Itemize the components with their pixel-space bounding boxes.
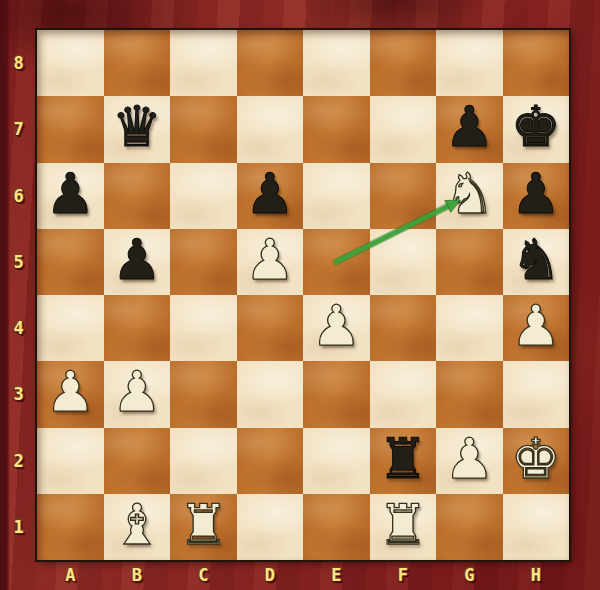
square-b6[interactable] [104, 163, 171, 229]
square-d6[interactable]: ♟ [237, 163, 304, 229]
file-label-text-b: B [132, 565, 142, 585]
square-c1[interactable]: ♜ [170, 494, 237, 560]
square-a8[interactable] [37, 30, 104, 96]
file-label-text-c: C [198, 565, 208, 585]
square-h4[interactable]: ♟ [503, 295, 570, 361]
rank-label-3: 3 [0, 361, 37, 427]
square-c5[interactable] [170, 229, 237, 295]
file-label-h: H [503, 560, 570, 590]
square-e7[interactable] [303, 96, 370, 162]
rank-label-8: 8 [0, 30, 37, 96]
square-d4[interactable] [237, 295, 304, 361]
square-b1[interactable]: ♝ [104, 494, 171, 560]
square-f7[interactable] [370, 96, 437, 162]
file-label-g: G [436, 560, 503, 590]
square-g8[interactable] [436, 30, 503, 96]
square-e6[interactable] [303, 163, 370, 229]
file-label-text-d: D [265, 565, 275, 585]
piece-black-rook[interactable]: ♜ [378, 431, 428, 487]
square-a7[interactable] [37, 96, 104, 162]
rank-label-5: 5 [0, 229, 37, 295]
piece-white-king[interactable]: ♚ [511, 431, 561, 487]
square-b4[interactable] [104, 295, 171, 361]
square-e5[interactable] [303, 229, 370, 295]
file-label-b: B [104, 560, 171, 590]
square-b7[interactable]: ♛ [104, 96, 171, 162]
file-labels: ABCDEFGH [37, 560, 569, 590]
square-f6[interactable] [370, 163, 437, 229]
piece-white-pawn[interactable]: ♟ [444, 431, 494, 487]
square-d1[interactable] [237, 494, 304, 560]
rank-label-text-4: 4 [13, 318, 23, 338]
rank-label-4: 4 [0, 295, 37, 361]
piece-white-pawn[interactable]: ♟ [245, 232, 295, 288]
square-h6[interactable]: ♟ [503, 163, 570, 229]
file-label-text-g: G [464, 565, 474, 585]
square-c6[interactable] [170, 163, 237, 229]
chessboard-app: 87654321 ♛♟♚♟♟♞♟♟♟♞♟♟♟♟♜♟♚♝♜♜ ABCDEFGH [0, 0, 600, 590]
file-label-text-e: E [331, 565, 341, 585]
square-d5[interactable]: ♟ [237, 229, 304, 295]
rank-label-2: 2 [0, 428, 37, 494]
piece-black-pawn[interactable]: ♟ [511, 166, 561, 222]
piece-black-pawn[interactable]: ♟ [45, 166, 95, 222]
piece-black-pawn[interactable]: ♟ [245, 166, 295, 222]
piece-white-knight[interactable]: ♞ [444, 166, 494, 222]
piece-black-king[interactable]: ♚ [511, 99, 561, 155]
piece-white-rook[interactable]: ♜ [178, 497, 228, 553]
square-d8[interactable] [237, 30, 304, 96]
rank-label-text-2: 2 [13, 451, 23, 471]
square-h5[interactable]: ♞ [503, 229, 570, 295]
square-h1[interactable] [503, 494, 570, 560]
rank-label-text-7: 7 [13, 119, 23, 139]
rank-label-text-8: 8 [13, 53, 23, 73]
square-g4[interactable] [436, 295, 503, 361]
square-a4[interactable] [37, 295, 104, 361]
square-g6[interactable]: ♞ [436, 163, 503, 229]
square-f1[interactable]: ♜ [370, 494, 437, 560]
piece-white-bishop[interactable]: ♝ [112, 497, 162, 553]
rank-label-6: 6 [0, 163, 37, 229]
square-c4[interactable] [170, 295, 237, 361]
rank-label-text-6: 6 [13, 186, 23, 206]
square-b3[interactable]: ♟ [104, 361, 171, 427]
file-label-text-a: A [65, 565, 75, 585]
rank-label-1: 1 [0, 494, 37, 560]
square-a1[interactable] [37, 494, 104, 560]
file-label-d: D [237, 560, 304, 590]
rank-label-text-1: 1 [13, 517, 23, 537]
piece-black-queen[interactable]: ♛ [112, 99, 162, 155]
rank-label-text-5: 5 [13, 252, 23, 272]
square-h8[interactable] [503, 30, 570, 96]
square-a5[interactable] [37, 229, 104, 295]
square-e3[interactable] [303, 361, 370, 427]
square-c7[interactable] [170, 96, 237, 162]
piece-white-pawn[interactable]: ♟ [511, 298, 561, 354]
square-f8[interactable] [370, 30, 437, 96]
piece-black-knight[interactable]: ♞ [511, 232, 561, 288]
square-a6[interactable]: ♟ [37, 163, 104, 229]
file-label-text-h: H [531, 565, 541, 585]
square-f5[interactable] [370, 229, 437, 295]
rank-label-text-3: 3 [13, 384, 23, 404]
square-b2[interactable] [104, 428, 171, 494]
piece-white-pawn[interactable]: ♟ [45, 364, 95, 420]
square-f3[interactable] [370, 361, 437, 427]
file-label-c: C [170, 560, 237, 590]
piece-white-pawn[interactable]: ♟ [112, 364, 162, 420]
chess-board: ♛♟♚♟♟♞♟♟♟♞♟♟♟♟♜♟♚♝♜♜ [37, 30, 569, 560]
square-a3[interactable]: ♟ [37, 361, 104, 427]
square-c2[interactable] [170, 428, 237, 494]
square-g7[interactable]: ♟ [436, 96, 503, 162]
square-e4[interactable]: ♟ [303, 295, 370, 361]
rank-labels: 87654321 [0, 30, 37, 560]
file-label-f: F [370, 560, 437, 590]
square-g5[interactable] [436, 229, 503, 295]
square-e1[interactable] [303, 494, 370, 560]
square-b8[interactable] [104, 30, 171, 96]
square-e2[interactable] [303, 428, 370, 494]
square-e8[interactable] [303, 30, 370, 96]
square-f4[interactable] [370, 295, 437, 361]
file-label-text-f: F [398, 565, 408, 585]
square-g3[interactable] [436, 361, 503, 427]
square-b5[interactable]: ♟ [104, 229, 171, 295]
piece-white-pawn[interactable]: ♟ [311, 298, 361, 354]
piece-white-rook[interactable]: ♜ [378, 497, 428, 553]
piece-black-pawn[interactable]: ♟ [112, 232, 162, 288]
square-d3[interactable] [237, 361, 304, 427]
square-c8[interactable] [170, 30, 237, 96]
square-h2[interactable]: ♚ [503, 428, 570, 494]
square-f2[interactable]: ♜ [370, 428, 437, 494]
file-label-a: A [37, 560, 104, 590]
piece-black-pawn[interactable]: ♟ [444, 99, 494, 155]
file-label-e: E [303, 560, 370, 590]
square-g1[interactable] [436, 494, 503, 560]
rank-label-7: 7 [0, 96, 37, 162]
square-g2[interactable]: ♟ [436, 428, 503, 494]
square-h3[interactable] [503, 361, 570, 427]
square-d7[interactable] [237, 96, 304, 162]
square-a2[interactable] [37, 428, 104, 494]
square-h7[interactable]: ♚ [503, 96, 570, 162]
square-c3[interactable] [170, 361, 237, 427]
square-d2[interactable] [237, 428, 304, 494]
